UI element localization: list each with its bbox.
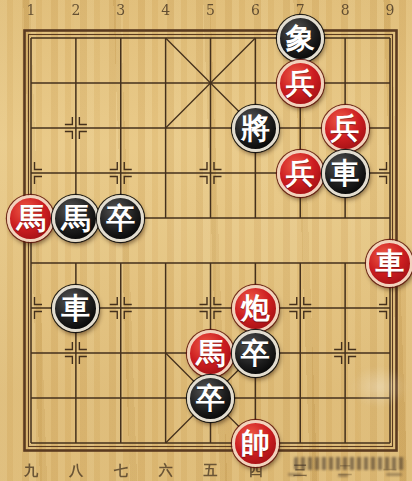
piece-black-general[interactable]: 將 [232, 105, 279, 152]
piece-red-pawn-a[interactable]: 兵 [277, 60, 324, 107]
piece-black-horse[interactable]: 馬 [52, 195, 99, 242]
piece-black-pawn-c[interactable]: 卒 [187, 375, 234, 422]
watermark-smudge [294, 457, 406, 470]
piece-character: 卒 [241, 339, 270, 368]
piece-black-pawn-b[interactable]: 卒 [232, 330, 279, 377]
piece-character: 兵 [331, 114, 360, 143]
piece-character: 馬 [16, 204, 45, 233]
piece-red-horse-b[interactable]: 馬 [187, 330, 234, 377]
piece-character: 馬 [196, 339, 225, 368]
piece-black-chariot-a[interactable]: 車 [322, 150, 369, 197]
piece-character: 馬 [61, 204, 90, 233]
piece-character: 帥 [241, 429, 270, 458]
piece-character: 炮 [241, 294, 270, 323]
piece-red-cannon[interactable]: 炮 [232, 285, 279, 332]
xiangqi-board-root: 123456789 象兵將兵兵車馬馬卒車車炮馬卒卒帥 九八七六五四三二一 [0, 0, 412, 481]
piece-character: 車 [331, 159, 360, 188]
piece-character: 兵 [286, 159, 315, 188]
piece-red-chariot[interactable]: 車 [366, 240, 412, 287]
piece-black-elephant[interactable]: 象 [277, 15, 324, 62]
piece-black-chariot-b[interactable]: 車 [52, 285, 99, 332]
piece-character: 車 [61, 294, 90, 323]
piece-character: 象 [286, 24, 315, 53]
piece-character: 卒 [106, 204, 135, 233]
piece-character: 車 [375, 249, 404, 278]
piece-character: 卒 [196, 384, 225, 413]
piece-black-pawn-a[interactable]: 卒 [97, 195, 144, 242]
piece-red-general[interactable]: 帥 [232, 420, 279, 467]
piece-red-horse-a[interactable]: 馬 [7, 195, 54, 242]
piece-character: 兵 [286, 69, 315, 98]
piece-red-pawn-c[interactable]: 兵 [277, 150, 324, 197]
piece-red-pawn-b[interactable]: 兵 [322, 105, 369, 152]
piece-grid: 象兵將兵兵車馬馬卒車車炮馬卒卒帥 [9, 16, 412, 466]
piece-character: 將 [241, 114, 270, 143]
